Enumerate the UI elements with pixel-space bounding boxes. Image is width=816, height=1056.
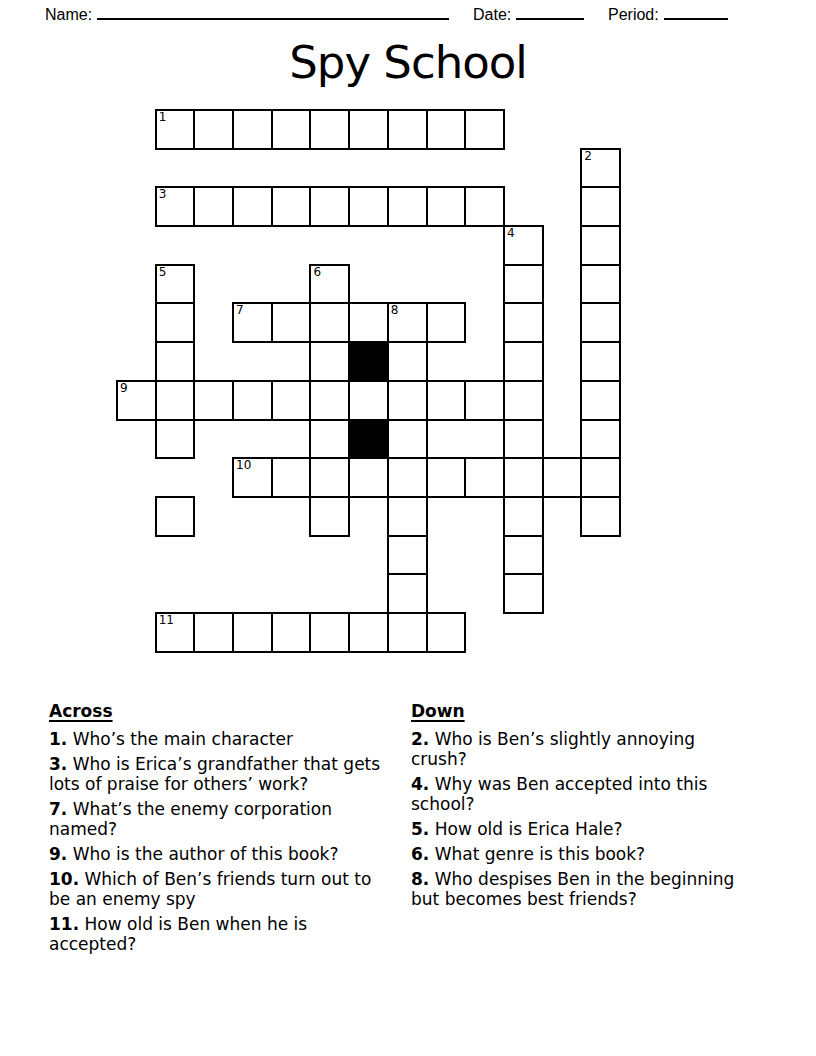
clue-number-9: 9 [120, 382, 128, 395]
down-heading: Down [411, 701, 741, 721]
clue-down-5: 5. How old is Erica Hale? [411, 819, 741, 839]
date-blank-line[interactable] [516, 4, 584, 20]
grid-cell-r7c9[interactable] [464, 380, 505, 421]
clue-number-6: 6 [313, 266, 321, 279]
grid-cell-r2c12[interactable] [580, 186, 621, 227]
grid-cell-r9c6[interactable] [348, 457, 389, 498]
clue-down-5-number: 5. [411, 819, 429, 839]
grid-cell-r1c12[interactable]: 2 [580, 148, 621, 189]
clue-number-8: 8 [391, 304, 399, 317]
grid-cell-r0c9[interactable] [464, 109, 505, 150]
grid-cell-r13c1[interactable]: 11 [155, 612, 196, 653]
clue-across-10-number: 10. [49, 869, 79, 889]
clue-across-9: 9. Who is the author of this book? [49, 844, 385, 864]
clue-down-6: 6. What genre is this book? [411, 844, 741, 864]
grid-cell-r5c10[interactable] [503, 302, 544, 343]
down-clue-list: 2. Who is Ben’s slightly annoying crush?… [411, 729, 741, 909]
grid-cell-r0c6[interactable] [348, 109, 389, 150]
clue-across-7-number: 7. [49, 799, 67, 819]
clue-across-1-number: 1. [49, 729, 67, 749]
crossword-grid: 1234567891011 [117, 110, 620, 652]
grid-cell-r9c5[interactable] [309, 457, 350, 498]
grid-cell-r0c1[interactable]: 1 [155, 109, 196, 150]
grid-cell-r8c7[interactable] [387, 419, 428, 460]
clue-number-7: 7 [236, 304, 244, 317]
across-clues-section: Across 1. Who’s the main character3. Who… [49, 701, 385, 959]
grid-cell-r7c0[interactable]: 9 [116, 380, 157, 421]
grid-cell-r13c7[interactable] [387, 612, 428, 653]
grid-cell-r8c5[interactable] [309, 419, 350, 460]
clue-down-8-number: 8. [411, 869, 429, 889]
grid-cell-r5c4[interactable] [271, 302, 312, 343]
grid-cell-r10c7[interactable] [387, 496, 428, 537]
grid-cell-r11c10[interactable] [503, 535, 544, 576]
grid-cell-r0c5[interactable] [309, 109, 350, 150]
clue-down-2-number: 2. [411, 729, 429, 749]
black-cell-r6c6 [348, 341, 389, 382]
clue-down-4: 4. Why was Ben accepted into this school… [411, 774, 741, 814]
clue-across-11: 11. How old is Ben when he is accepted? [49, 914, 385, 954]
grid-cell-r6c1[interactable] [155, 341, 196, 382]
period-blank-line[interactable] [664, 4, 728, 20]
grid-cell-r9c3[interactable]: 10 [232, 457, 273, 498]
period-field-group: Period: [608, 4, 728, 25]
grid-cell-r7c7[interactable] [387, 380, 428, 421]
grid-cell-r9c7[interactable] [387, 457, 428, 498]
grid-cell-r13c2[interactable] [193, 612, 234, 653]
grid-cell-r13c4[interactable] [271, 612, 312, 653]
grid-cell-r9c9[interactable] [464, 457, 505, 498]
grid-cell-r4c1[interactable]: 5 [155, 264, 196, 305]
black-cell-r8c6 [348, 419, 389, 460]
clue-across-1: 1. Who’s the main character [49, 729, 385, 749]
grid-cell-r12c7[interactable] [387, 573, 428, 614]
grid-cell-r10c12[interactable] [580, 496, 621, 537]
clue-down-2: 2. Who is Ben’s slightly annoying crush? [411, 729, 741, 769]
grid-cell-r8c1[interactable] [155, 419, 196, 460]
date-label: Date: [473, 6, 511, 23]
grid-cell-r2c5[interactable] [309, 186, 350, 227]
grid-cell-r9c4[interactable] [271, 457, 312, 498]
grid-cell-r0c7[interactable] [387, 109, 428, 150]
grid-cell-r2c7[interactable] [387, 186, 428, 227]
grid-cell-r6c7[interactable] [387, 341, 428, 382]
grid-cell-r9c12[interactable] [580, 457, 621, 498]
grid-cell-r5c1[interactable] [155, 302, 196, 343]
grid-cell-r6c12[interactable] [580, 341, 621, 382]
grid-cell-r2c8[interactable] [426, 186, 467, 227]
grid-cell-r3c12[interactable] [580, 225, 621, 266]
grid-cell-r5c6[interactable] [348, 302, 389, 343]
grid-cell-r9c11[interactable] [542, 457, 583, 498]
grid-cell-r0c4[interactable] [271, 109, 312, 150]
across-heading: Across [49, 701, 385, 721]
clue-across-7: 7. What’s the enemy corporation named? [49, 799, 385, 839]
across-clue-list: 1. Who’s the main character3. Who is Eri… [49, 729, 385, 954]
grid-cell-r9c8[interactable] [426, 457, 467, 498]
grid-cell-r4c10[interactable] [503, 264, 544, 305]
clue-number-4: 4 [507, 227, 515, 240]
grid-cell-r7c10[interactable] [503, 380, 544, 421]
name-field-group: Name: [45, 4, 449, 25]
grid-cell-r2c4[interactable] [271, 186, 312, 227]
grid-cell-r8c10[interactable] [503, 419, 544, 460]
grid-cell-r5c7[interactable]: 8 [387, 302, 428, 343]
clue-number-2: 2 [584, 150, 592, 163]
down-clues-section: Down 2. Who is Ben’s slightly annoying c… [411, 701, 741, 914]
grid-cell-r13c8[interactable] [426, 612, 467, 653]
clue-number-5: 5 [159, 266, 167, 279]
grid-cell-r7c5[interactable] [309, 380, 350, 421]
page-title: Spy School [0, 36, 816, 89]
grid-cell-r2c2[interactable] [193, 186, 234, 227]
grid-cell-r7c4[interactable] [271, 380, 312, 421]
grid-cell-r2c9[interactable] [464, 186, 505, 227]
grid-cell-r13c3[interactable] [232, 612, 273, 653]
clue-across-10: 10. Which of Ben’s friends turn out to b… [49, 869, 385, 909]
grid-cell-r7c8[interactable] [426, 380, 467, 421]
grid-cell-r9c10[interactable] [503, 457, 544, 498]
grid-cell-r10c5[interactable] [309, 496, 350, 537]
grid-cell-r5c3[interactable]: 7 [232, 302, 273, 343]
grid-cell-r6c5[interactable] [309, 341, 350, 382]
grid-cell-r8c12[interactable] [580, 419, 621, 460]
grid-cell-r2c3[interactable] [232, 186, 273, 227]
grid-cell-r4c12[interactable] [580, 264, 621, 305]
grid-cell-r5c5[interactable] [309, 302, 350, 343]
clue-number-11: 11 [159, 614, 174, 627]
grid-cell-r10c10[interactable] [503, 496, 544, 537]
grid-cell-r7c1[interactable] [155, 380, 196, 421]
grid-cell-r13c5[interactable] [309, 612, 350, 653]
date-field-group: Date: [473, 4, 584, 25]
clue-across-9-number: 9. [49, 844, 67, 864]
name-label: Name: [45, 6, 92, 23]
grid-cell-r2c1[interactable]: 3 [155, 186, 196, 227]
grid-cell-r5c8[interactable] [426, 302, 467, 343]
grid-cell-r7c12[interactable] [580, 380, 621, 421]
grid-cell-r12c10[interactable] [503, 573, 544, 614]
grid-cell-r7c3[interactable] [232, 380, 273, 421]
grid-cell-r7c6[interactable] [348, 380, 389, 421]
grid-cell-r0c3[interactable] [232, 109, 273, 150]
clue-across-11-number: 11. [49, 914, 79, 934]
period-label: Period: [608, 6, 659, 23]
grid-cell-r3c10[interactable]: 4 [503, 225, 544, 266]
grid-cell-r13c6[interactable] [348, 612, 389, 653]
clue-down-8: 8. Who despises Ben in the beginning but… [411, 869, 741, 909]
clue-down-4-number: 4. [411, 774, 429, 794]
grid-cell-r5c12[interactable] [580, 302, 621, 343]
grid-cell-r0c2[interactable] [193, 109, 234, 150]
clue-number-3: 3 [159, 188, 167, 201]
grid-cell-r0c8[interactable] [426, 109, 467, 150]
grid-cell-r11c7[interactable] [387, 535, 428, 576]
grid-cell-r2c6[interactable] [348, 186, 389, 227]
clue-number-10: 10 [236, 459, 251, 472]
grid-cell-r4c5[interactable]: 6 [309, 264, 350, 305]
clue-across-3: 3. Who is Erica’s grandfather that gets … [49, 754, 385, 794]
grid-cell-r10c1[interactable] [155, 496, 196, 537]
grid-cell-r6c10[interactable] [503, 341, 544, 382]
clue-across-3-number: 3. [49, 754, 67, 774]
clue-number-1: 1 [159, 111, 167, 124]
clue-down-6-number: 6. [411, 844, 429, 864]
name-blank-line[interactable] [97, 4, 449, 20]
grid-cell-r7c2[interactable] [193, 380, 234, 421]
